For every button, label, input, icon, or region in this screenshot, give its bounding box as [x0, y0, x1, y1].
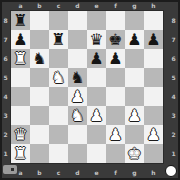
white-knight-c5: ♞ — [49, 68, 68, 87]
square-g6[interactable] — [125, 49, 144, 68]
square-b1[interactable] — [30, 144, 49, 163]
square-g5[interactable] — [125, 68, 144, 87]
square-e4[interactable] — [87, 87, 106, 106]
square-f1[interactable] — [106, 144, 125, 163]
square-c8[interactable] — [49, 11, 68, 30]
square-d5[interactable]: ♞ — [68, 68, 87, 87]
file-label-c: c — [49, 168, 68, 177]
square-a7[interactable]: ♟ — [11, 30, 30, 49]
black-rook-c7: ♜ — [49, 30, 68, 49]
square-c2[interactable] — [49, 125, 68, 144]
black-pawn-e6: ♟ — [87, 49, 106, 68]
square-f3[interactable] — [106, 106, 125, 125]
square-f8[interactable] — [106, 11, 125, 30]
square-a6[interactable]: ♜ — [11, 49, 30, 68]
file-label-c: c — [49, 1, 68, 10]
white-pawn-e3: ♟ — [87, 106, 106, 125]
rank-label-1: 1 — [1, 144, 10, 163]
black-queen-e7: ♛ — [87, 30, 106, 49]
black-pawn-h7: ♟ — [144, 30, 163, 49]
chess-board: ♜♟♜♛♚♟♟♜♞♟♟♞♞♟♞♟♟♛♟♟♜♚ — [11, 11, 163, 163]
file-label-e: e — [87, 168, 106, 177]
logo-dot-icon — [11, 168, 14, 171]
square-e6[interactable]: ♟ — [87, 49, 106, 68]
white-rook-a1: ♜ — [11, 144, 30, 163]
square-h3[interactable] — [144, 106, 163, 125]
square-h5[interactable] — [144, 68, 163, 87]
square-h6[interactable] — [144, 49, 163, 68]
square-a2[interactable]: ♛ — [11, 125, 30, 144]
square-f6[interactable]: ♟ — [106, 49, 125, 68]
chess-diagram: abcdefgh abcdefgh 87654321 87654321 ♜♟♜♛… — [0, 0, 180, 180]
rank-label-1: 1 — [169, 144, 178, 163]
white-pawn-f2: ♟ — [106, 125, 125, 144]
rank-label-3: 3 — [1, 106, 10, 125]
square-b8[interactable] — [30, 11, 49, 30]
rank-label-5: 5 — [1, 68, 10, 87]
file-labels-bottom: abcdefgh — [11, 168, 163, 177]
square-e8[interactable] — [87, 11, 106, 30]
square-h8[interactable] — [144, 11, 163, 30]
white-pawn-g3: ♟ — [125, 106, 144, 125]
file-label-f: f — [106, 168, 125, 177]
square-a4[interactable] — [11, 87, 30, 106]
square-h4[interactable] — [144, 87, 163, 106]
rank-labels-left: 87654321 — [1, 11, 10, 163]
black-knight-b6: ♞ — [30, 49, 49, 68]
file-label-a: a — [11, 1, 30, 10]
square-g4[interactable] — [125, 87, 144, 106]
rank-label-2: 2 — [1, 125, 10, 144]
square-c4[interactable] — [49, 87, 68, 106]
file-label-g: g — [125, 1, 144, 10]
file-label-d: d — [68, 1, 87, 10]
file-labels-top: abcdefgh — [11, 1, 163, 10]
rank-label-2: 2 — [169, 125, 178, 144]
square-b6[interactable]: ♞ — [30, 49, 49, 68]
rank-label-7: 7 — [169, 30, 178, 49]
square-b3[interactable] — [30, 106, 49, 125]
file-label-e: e — [87, 1, 106, 10]
corner-logo — [3, 165, 17, 174]
file-label-h: h — [144, 168, 163, 177]
rank-label-6: 6 — [1, 49, 10, 68]
file-label-g: g — [125, 168, 144, 177]
white-king-g1: ♚ — [125, 144, 144, 163]
square-d2[interactable] — [68, 125, 87, 144]
rank-label-6: 6 — [169, 49, 178, 68]
black-pawn-g7: ♟ — [125, 30, 144, 49]
black-knight-d5: ♞ — [68, 68, 87, 87]
white-rook-a6: ♜ — [11, 49, 30, 68]
file-label-b: b — [30, 1, 49, 10]
square-g8[interactable] — [125, 11, 144, 30]
white-to-move-indicator — [165, 165, 177, 177]
square-b2[interactable] — [30, 125, 49, 144]
square-c6[interactable] — [49, 49, 68, 68]
rank-label-8: 8 — [1, 11, 10, 30]
square-f4[interactable] — [106, 87, 125, 106]
rank-label-3: 3 — [169, 106, 178, 125]
square-c3[interactable] — [49, 106, 68, 125]
square-b7[interactable] — [30, 30, 49, 49]
white-pawn-h2: ♟ — [144, 125, 163, 144]
file-label-f: f — [106, 1, 125, 10]
black-king-f7: ♚ — [106, 30, 125, 49]
white-knight-d3: ♞ — [68, 106, 87, 125]
white-queen-a2: ♛ — [11, 125, 30, 144]
black-pawn-f6: ♟ — [106, 49, 125, 68]
square-d3[interactable]: ♞ — [68, 106, 87, 125]
square-g7[interactable]: ♟ — [125, 30, 144, 49]
square-c1[interactable] — [49, 144, 68, 163]
rank-label-7: 7 — [1, 30, 10, 49]
file-label-b: b — [30, 168, 49, 177]
black-pawn-a7: ♟ — [11, 30, 30, 49]
square-g2[interactable] — [125, 125, 144, 144]
square-d4[interactable]: ♟ — [68, 87, 87, 106]
square-h7[interactable]: ♟ — [144, 30, 163, 49]
square-h2[interactable]: ♟ — [144, 125, 163, 144]
black-rook-a8: ♜ — [11, 11, 30, 30]
square-a8[interactable]: ♜ — [11, 11, 30, 30]
square-f5[interactable] — [106, 68, 125, 87]
square-g1[interactable]: ♚ — [125, 144, 144, 163]
square-e3[interactable]: ♟ — [87, 106, 106, 125]
rank-label-4: 4 — [1, 87, 10, 106]
rank-label-8: 8 — [169, 11, 178, 30]
square-g3[interactable]: ♟ — [125, 106, 144, 125]
square-a1[interactable]: ♜ — [11, 144, 30, 163]
square-a3[interactable] — [11, 106, 30, 125]
square-f7[interactable]: ♚ — [106, 30, 125, 49]
rank-label-4: 4 — [169, 87, 178, 106]
file-label-d: d — [68, 168, 87, 177]
white-pawn-d4: ♟ — [68, 87, 87, 106]
square-d8[interactable] — [68, 11, 87, 30]
square-b4[interactable] — [30, 87, 49, 106]
rank-labels-right: 87654321 — [169, 11, 178, 163]
rank-label-5: 5 — [169, 68, 178, 87]
square-b5[interactable] — [30, 68, 49, 87]
square-d6[interactable] — [68, 49, 87, 68]
square-e5[interactable] — [87, 68, 106, 87]
square-d1[interactable] — [68, 144, 87, 163]
square-e7[interactable]: ♛ — [87, 30, 106, 49]
square-f2[interactable]: ♟ — [106, 125, 125, 144]
square-e1[interactable] — [87, 144, 106, 163]
square-c5[interactable]: ♞ — [49, 68, 68, 87]
square-h1[interactable] — [144, 144, 163, 163]
square-e2[interactable] — [87, 125, 106, 144]
square-c7[interactable]: ♜ — [49, 30, 68, 49]
square-d7[interactable] — [68, 30, 87, 49]
file-label-h: h — [144, 1, 163, 10]
square-a5[interactable] — [11, 68, 30, 87]
